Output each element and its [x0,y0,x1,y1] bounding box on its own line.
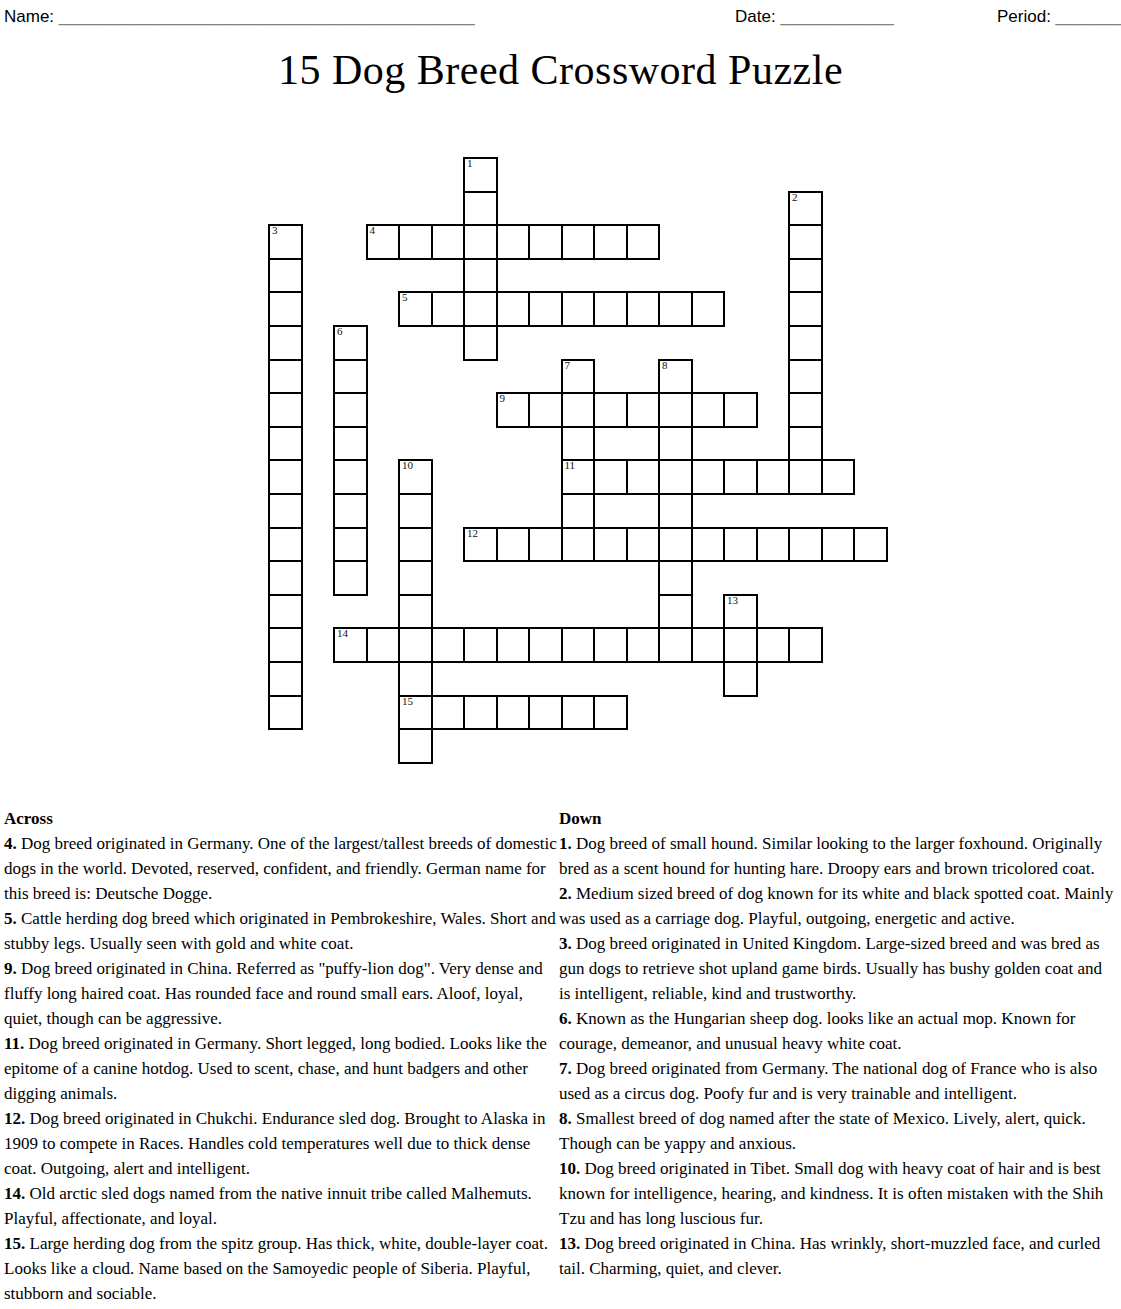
clue-number: 1. [559,834,572,853]
crossword-cell[interactable] [431,627,466,663]
clue-text: Known as the Hungarian sheep dog. looks … [559,1009,1076,1053]
crossword-cell[interactable] [626,627,661,663]
crossword-cell[interactable]: 7 [561,359,596,395]
clue-down-13: 13. Dog breed originated in China. Has w… [559,1231,1117,1281]
crossword-cell[interactable] [528,627,563,663]
crossword-cell[interactable] [821,527,856,563]
crossword-cell[interactable] [398,560,433,596]
crossword-cell[interactable] [431,224,466,260]
crossword-cell[interactable] [333,459,368,495]
crossword-cell[interactable] [496,527,531,563]
clue-text: Dog breed originated in United Kingdom. … [559,934,1102,1003]
clue-down-2: 2. Medium sized breed of dog known for i… [559,881,1117,931]
cell-number: 15 [402,695,413,708]
crossword-cell[interactable] [788,291,823,327]
crossword-cell[interactable] [431,291,466,327]
crossword-cell[interactable] [398,661,433,697]
crossword-cell[interactable] [593,695,628,731]
crossword-cell[interactable] [561,224,596,260]
crossword-cell[interactable] [268,560,303,596]
clue-number: 14. [4,1184,25,1203]
clue-number: 15. [4,1234,25,1253]
crossword-cell[interactable] [756,459,791,495]
crossword-cell[interactable] [723,661,758,697]
crossword-cell[interactable] [723,459,758,495]
clue-number: 12. [4,1109,25,1128]
crossword-cell[interactable] [398,594,433,630]
crossword-cell[interactable] [528,392,563,428]
date-label: Date: [735,7,776,26]
crossword-cell[interactable] [528,695,563,731]
across-heading: Across [4,806,559,831]
crossword-cell[interactable]: 14 [333,627,368,663]
crossword-cell[interactable]: 13 [723,594,758,630]
cell-number: 7 [565,359,571,372]
name-blank-line: ________________________________________… [59,7,475,26]
crossword-cell[interactable] [853,527,888,563]
crossword-cell[interactable] [691,627,726,663]
clue-across-5: 5. Cattle herding dog breed which origin… [4,906,559,956]
clue-across-14: 14. Old arctic sled dogs named from the … [4,1181,559,1231]
clue-across-12: 12. Dog breed originated in Chukchi. End… [4,1106,559,1181]
crossword-cell[interactable] [788,459,823,495]
crossword-cell[interactable] [723,627,758,663]
crossword-cell[interactable] [593,224,628,260]
crossword-cell[interactable] [593,459,628,495]
crossword-cell[interactable] [366,627,401,663]
crossword-cell[interactable]: 4 [366,224,401,260]
crossword-cell[interactable]: 1 [463,157,498,193]
crossword-cell[interactable] [496,291,531,327]
crossword-cell[interactable] [691,527,726,563]
crossword-cell[interactable] [788,392,823,428]
clue-text: Dog breed originated in Chukchi. Enduran… [4,1109,546,1178]
crossword-cell[interactable] [723,392,758,428]
crossword-cell[interactable] [788,224,823,260]
cell-number: 6 [337,325,343,338]
crossword-cell[interactable] [333,426,368,462]
clue-number: 10. [559,1159,580,1178]
cell-number: 4 [370,224,376,237]
clue-across-9: 9. Dog breed originated in China. Referr… [4,956,559,1031]
clue-down-6: 6. Known as the Hungarian sheep dog. loo… [559,1006,1117,1056]
crossword-cell[interactable] [496,695,531,731]
crossword-cell[interactable] [788,627,823,663]
down-heading: Down [559,806,1117,831]
clue-text: Smallest breed of dog named after the st… [559,1109,1086,1153]
crossword-cell[interactable] [333,493,368,529]
date-blank-line: ____________ [780,7,893,26]
clue-text: Dog breed originated in Tibet. Small dog… [559,1159,1103,1228]
crossword-cell[interactable] [528,527,563,563]
period-field: Period: _______ [997,7,1121,27]
clue-text: Medium sized breed of dog known for its … [559,884,1113,928]
cell-number: 14 [337,627,348,640]
clue-number: 13. [559,1234,580,1253]
clue-number: 8. [559,1109,572,1128]
crossword-cell[interactable] [333,392,368,428]
crossword-cell[interactable] [268,661,303,697]
crossword-cell[interactable] [593,627,628,663]
clue-number: 6. [559,1009,572,1028]
crossword-cell[interactable] [333,527,368,563]
crossword-cell[interactable] [561,426,596,462]
crossword-cell[interactable] [268,527,303,563]
crossword-cell[interactable] [398,627,433,663]
crossword-cell[interactable]: 3 [268,224,303,260]
cell-number: 2 [792,191,798,204]
crossword-cell[interactable] [626,291,661,327]
clue-number: 11. [4,1034,24,1053]
crossword-cell[interactable] [463,224,498,260]
crossword-cell[interactable] [658,560,693,596]
crossword-cell[interactable] [626,459,661,495]
clue-across-15: 15. Large herding dog from the spitz gro… [4,1231,559,1306]
clues-section: Across 4. Dog breed originated in German… [0,806,1121,1306]
clue-down-3: 3. Dog breed originated in United Kingdo… [559,931,1117,1006]
clue-text: Old arctic sled dogs named from the nati… [4,1184,532,1228]
crossword-cell[interactable]: 15 [398,695,433,731]
crossword-cell[interactable] [268,594,303,630]
crossword-cell[interactable] [268,392,303,428]
crossword-cell[interactable] [398,527,433,563]
crossword-cell[interactable] [268,459,303,495]
cell-number: 5 [402,291,408,304]
crossword-cell[interactable] [268,291,303,327]
crossword-cell[interactable] [496,224,531,260]
crossword-cell[interactable] [658,459,693,495]
crossword-cell[interactable] [333,560,368,596]
crossword-cell[interactable] [398,224,433,260]
name-field: Name: __________________________________… [4,7,475,27]
crossword-cell[interactable] [626,224,661,260]
cell-number: 10 [402,459,413,472]
crossword-cell[interactable] [463,695,498,731]
clue-text: Dog breed originated in China. Referred … [4,959,543,1028]
clue-down-7: 7. Dog breed originated from Germany. Th… [559,1056,1117,1106]
crossword-cell[interactable] [658,594,693,630]
crossword-cell[interactable]: 9 [496,392,531,428]
crossword-cell[interactable] [333,359,368,395]
crossword-cell[interactable] [561,493,596,529]
clue-text: Dog breed of small hound. Similar lookin… [559,834,1102,878]
crossword-cell[interactable] [528,291,563,327]
crossword-cell[interactable] [723,527,758,563]
crossword-cell[interactable] [561,627,596,663]
crossword-cell[interactable] [658,493,693,529]
crossword-cell[interactable] [431,695,466,731]
worksheet-page: Name: __________________________________… [0,0,1121,1309]
crossword-cell[interactable] [268,325,303,361]
clue-number: 5. [4,909,17,928]
crossword-cell[interactable]: 2 [788,191,823,227]
clue-down-1: 1. Dog breed of small hound. Similar loo… [559,831,1117,881]
clue-down-8: 8. Smallest breed of dog named after the… [559,1106,1117,1156]
cell-number: 12 [467,527,478,540]
crossword-cell[interactable] [658,426,693,462]
crossword-cell[interactable]: 5 [398,291,433,327]
crossword-cell[interactable] [691,392,726,428]
page-title: 15 Dog Breed Crossword Puzzle [0,46,1121,94]
crossword-cell[interactable]: 12 [463,527,498,563]
period-blank-line: _______ [1056,7,1121,26]
crossword-cell[interactable] [756,627,791,663]
period-label: Period: [997,7,1051,26]
crossword-cell[interactable] [463,627,498,663]
crossword-cell[interactable] [658,291,693,327]
crossword-cell[interactable] [788,258,823,294]
crossword-cell[interactable]: 11 [561,459,596,495]
crossword-cell[interactable] [398,493,433,529]
crossword-cell[interactable]: 10 [398,459,433,495]
crossword-cell[interactable] [268,359,303,395]
crossword-cell[interactable]: 6 [333,325,368,361]
clue-number: 3. [559,934,572,953]
crossword-cell[interactable] [691,459,726,495]
crossword-cell[interactable]: 8 [658,359,693,395]
crossword-cell[interactable] [561,527,596,563]
crossword-cell[interactable] [496,627,531,663]
clue-text: Dog breed originated from Germany. The n… [559,1059,1097,1103]
crossword-cell[interactable] [561,291,596,327]
clue-down-10: 10. Dog breed originated in Tibet. Small… [559,1156,1117,1231]
crossword-cell[interactable] [268,695,303,731]
crossword-cell[interactable] [398,728,433,764]
clue-number: 9. [4,959,17,978]
crossword-cell[interactable] [463,291,498,327]
clue-text: Large herding dog from the spitz group. … [4,1234,548,1303]
crossword-cell[interactable] [463,325,498,361]
clue-text: Dog breed originated in Germany. Short l… [4,1034,547,1103]
cell-number: 9 [500,392,506,405]
crossword-cell[interactable] [626,392,661,428]
crossword-cell[interactable] [658,527,693,563]
crossword-cell[interactable] [593,527,628,563]
crossword-cell[interactable] [268,493,303,529]
cell-number: 13 [727,594,738,607]
crossword-cell[interactable] [788,426,823,462]
clue-number: 2. [559,884,572,903]
crossword-cell[interactable] [268,426,303,462]
crossword-cell[interactable] [788,527,823,563]
crossword-cell[interactable] [593,392,628,428]
cell-number: 3 [272,224,278,237]
crossword-cell[interactable] [788,325,823,361]
clue-number: 4. [4,834,17,853]
clue-text: Cattle herding dog breed which originate… [4,909,556,953]
clue-across-11: 11. Dog breed originated in Germany. Sho… [4,1031,559,1106]
down-clues-column: Down 1. Dog breed of small hound. Simila… [559,806,1117,1306]
date-field: Date: ____________ [735,7,894,27]
crossword-cell[interactable] [821,459,856,495]
crossword-cell[interactable] [268,627,303,663]
crossword-cell[interactable] [626,527,661,563]
cell-number: 1 [467,157,473,170]
clue-across-4: 4. Dog breed originated in Germany. One … [4,831,559,906]
clue-text: Dog breed originated in China. Has wrink… [559,1234,1100,1278]
crossword-cell[interactable] [658,392,693,428]
clue-number: 7. [559,1059,572,1078]
crossword-cell[interactable] [788,359,823,395]
cell-number: 11 [565,459,576,472]
crossword-cell[interactable] [561,695,596,731]
crossword-cell[interactable] [528,224,563,260]
crossword-cell[interactable] [691,291,726,327]
crossword-cell[interactable] [463,258,498,294]
across-clues-column: Across 4. Dog breed originated in German… [0,806,559,1306]
crossword-cell[interactable] [561,392,596,428]
crossword-cell[interactable] [658,627,693,663]
cell-number: 8 [662,359,668,372]
crossword-cell[interactable] [463,191,498,227]
clue-text: Dog breed originated in Germany. One of … [4,834,557,903]
crossword-cell[interactable] [593,291,628,327]
crossword-cell[interactable] [756,527,791,563]
name-label: Name: [4,7,54,26]
crossword-cell[interactable] [268,258,303,294]
